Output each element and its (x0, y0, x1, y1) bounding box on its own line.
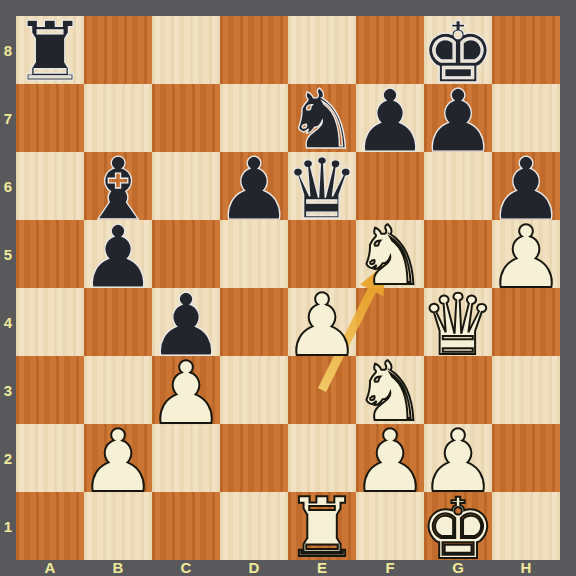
pieces-layer: ♜♚♞♟♟♝♟♛♟♟♞♟♟♟♛♟♞♟♟♟♜♚ (16, 16, 560, 560)
cell-h8 (492, 16, 560, 84)
rank-label-7: 7 (0, 110, 16, 127)
piece-white-pawn-b2[interactable]: ♟ (79, 418, 156, 504)
rank-label-1: 1 (0, 518, 16, 535)
cell-c6 (152, 152, 220, 220)
cell-f5: ♞ (356, 220, 424, 288)
piece-black-pawn-b5[interactable]: ♟ (79, 214, 156, 300)
cell-a1 (16, 492, 84, 560)
piece-white-pawn-h5[interactable]: ♟ (487, 214, 564, 300)
cell-c7 (152, 84, 220, 152)
cell-c3: ♟ (152, 356, 220, 424)
cell-d3 (220, 356, 288, 424)
cell-h5: ♟ (492, 220, 560, 288)
cell-f7: ♟ (356, 84, 424, 152)
cell-h2 (492, 424, 560, 492)
piece-black-pawn-g7[interactable]: ♟ (419, 78, 496, 164)
cell-f2: ♟ (356, 424, 424, 492)
cell-d4 (220, 288, 288, 356)
piece-white-rook-e1[interactable]: ♜ (285, 487, 359, 569)
cell-h3 (492, 356, 560, 424)
cell-b8 (84, 16, 152, 84)
cell-d8 (220, 16, 288, 84)
cell-d2 (220, 424, 288, 492)
file-label-D: D (220, 559, 288, 576)
piece-black-rook-a8[interactable]: ♜ (13, 11, 87, 93)
piece-black-queen-e6[interactable]: ♛ (284, 147, 359, 231)
rank-label-5: 5 (0, 246, 16, 263)
piece-white-king-g1[interactable]: ♚ (420, 487, 495, 571)
cell-a6 (16, 152, 84, 220)
cell-e1: ♜ (288, 492, 356, 560)
cell-b5: ♟ (84, 220, 152, 288)
file-label-G: G (424, 559, 492, 576)
cell-a5 (16, 220, 84, 288)
cell-c1 (152, 492, 220, 560)
file-label-F: F (356, 559, 424, 576)
piece-black-pawn-f7[interactable]: ♟ (351, 78, 428, 164)
cell-e6: ♛ (288, 152, 356, 220)
file-label-H: H (492, 559, 560, 576)
file-label-B: B (84, 559, 152, 576)
piece-white-pawn-e4[interactable]: ♟ (283, 282, 360, 368)
file-label-A: A (16, 559, 84, 576)
rank-label-8: 8 (0, 42, 16, 59)
piece-white-knight-f5[interactable]: ♞ (353, 215, 427, 297)
cell-a3 (16, 356, 84, 424)
piece-black-pawn-d6[interactable]: ♟ (215, 146, 292, 232)
cell-a4 (16, 288, 84, 356)
cell-d1 (220, 492, 288, 560)
cell-d6: ♟ (220, 152, 288, 220)
cell-a8: ♜ (16, 16, 84, 84)
rank-label-6: 6 (0, 178, 16, 195)
rank-label-2: 2 (0, 450, 16, 467)
chess-board-diagram: ♜♚♞♟♟♝♟♛♟♟♞♟♟♟♛♟♞♟♟♟♜♚ 87654321 ABCDEFGH (0, 0, 576, 576)
cell-g1: ♚ (424, 492, 492, 560)
cell-g4: ♛ (424, 288, 492, 356)
cell-g7: ♟ (424, 84, 492, 152)
cell-c8 (152, 16, 220, 84)
file-label-E: E (288, 559, 356, 576)
rank-label-3: 3 (0, 382, 16, 399)
piece-white-queen-g4[interactable]: ♛ (420, 283, 495, 367)
cell-h1 (492, 492, 560, 560)
cell-a2 (16, 424, 84, 492)
piece-white-pawn-c3[interactable]: ♟ (147, 350, 224, 436)
cell-e4: ♟ (288, 288, 356, 356)
piece-white-pawn-f2[interactable]: ♟ (351, 418, 428, 504)
file-label-C: C (152, 559, 220, 576)
rank-label-4: 4 (0, 314, 16, 331)
cell-b2: ♟ (84, 424, 152, 492)
